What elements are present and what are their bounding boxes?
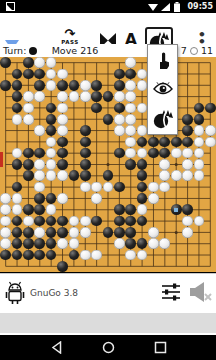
board-point[interactable] [80,148,91,159]
board-point[interactable] [136,215,147,226]
board-point[interactable] [182,125,193,136]
board-point[interactable] [136,159,147,170]
board-point[interactable] [23,68,34,79]
board-point[interactable] [148,170,159,181]
board-point[interactable] [171,261,182,272]
board-point[interactable] [11,170,22,181]
board-point[interactable] [148,181,159,192]
board-point[interactable] [159,170,170,181]
board-point[interactable] [171,193,182,204]
board-point[interactable] [34,102,45,113]
board-point[interactable] [102,125,113,136]
board-point[interactable] [182,102,193,113]
board-point[interactable] [11,181,22,192]
board-point[interactable] [205,170,216,181]
board-point[interactable] [68,204,79,215]
board-point[interactable] [182,181,193,192]
board-point[interactable] [57,148,68,159]
board-point[interactable] [114,227,125,238]
board-point[interactable] [45,91,56,102]
board-point[interactable] [159,238,170,249]
board-point[interactable] [68,249,79,260]
board-point[interactable] [125,170,136,181]
board-point[interactable] [23,148,34,159]
board-point[interactable] [23,136,34,147]
board-point[interactable] [34,57,45,68]
board-point[interactable] [102,181,113,192]
board-point[interactable] [182,80,193,91]
board-point[interactable] [68,193,79,204]
board-point[interactable] [193,261,204,272]
board-point[interactable] [102,57,113,68]
board-point[interactable] [114,249,125,260]
board-point[interactable] [34,249,45,260]
board-point[interactable] [205,114,216,125]
board-point[interactable] [34,215,45,226]
board-point[interactable] [23,170,34,181]
board-point[interactable] [102,204,113,215]
board-point[interactable] [0,114,11,125]
board-point[interactable] [193,238,204,249]
board-point[interactable] [182,227,193,238]
board-point[interactable] [136,249,147,260]
board-point[interactable] [80,249,91,260]
board-point[interactable] [68,125,79,136]
board-point[interactable] [23,181,34,192]
board-point[interactable] [80,91,91,102]
board-point[interactable] [125,181,136,192]
board-point[interactable] [102,114,113,125]
board-point[interactable] [205,159,216,170]
board-point[interactable] [91,215,102,226]
board-point[interactable] [125,68,136,79]
board-point[interactable] [193,215,204,226]
board-point[interactable] [114,114,125,125]
board-point[interactable] [102,80,113,91]
board-point[interactable] [148,159,159,170]
board-point[interactable] [0,261,11,272]
board-point[interactable] [171,238,182,249]
board-point[interactable] [57,261,68,272]
board-point[interactable] [0,227,11,238]
board-point[interactable] [193,159,204,170]
board-point[interactable] [45,249,56,260]
board-point[interactable] [114,91,125,102]
board-point[interactable] [91,193,102,204]
board-point[interactable] [45,159,56,170]
board-point[interactable] [159,249,170,260]
board-point[interactable] [57,114,68,125]
board-point[interactable] [11,102,22,113]
board-point[interactable] [205,125,216,136]
board-point[interactable] [80,114,91,125]
board-point[interactable] [91,114,102,125]
board-point[interactable] [68,114,79,125]
board-point[interactable] [193,125,204,136]
board-point[interactable] [34,181,45,192]
board-point[interactable] [11,125,22,136]
board-point[interactable] [125,204,136,215]
board-point[interactable] [171,249,182,260]
board-point[interactable] [57,91,68,102]
board-point[interactable] [45,215,56,226]
board-point[interactable] [205,57,216,68]
board-point[interactable] [0,136,11,147]
board-point[interactable] [0,181,11,192]
board-point[interactable] [0,204,11,215]
board-point[interactable] [0,215,11,226]
board-point[interactable] [68,80,79,91]
board-point[interactable] [114,181,125,192]
board-point[interactable] [68,148,79,159]
board-point[interactable] [91,238,102,249]
board-point[interactable] [11,215,22,226]
board-point[interactable] [182,204,193,215]
board-point[interactable] [193,204,204,215]
board-point[interactable] [91,181,102,192]
board-point[interactable] [23,249,34,260]
board-point[interactable] [11,238,22,249]
board-point[interactable] [114,68,125,79]
board-point[interactable] [45,181,56,192]
board-point[interactable] [102,159,113,170]
board-point[interactable] [148,148,159,159]
board-point[interactable] [114,57,125,68]
board-point[interactable] [102,170,113,181]
board-point[interactable] [91,136,102,147]
board-point[interactable] [23,193,34,204]
board-point[interactable] [0,80,11,91]
board-point[interactable] [114,125,125,136]
board-point[interactable] [45,170,56,181]
board-point[interactable] [148,215,159,226]
board-point[interactable] [148,204,159,215]
board-point[interactable] [80,261,91,272]
board-point[interactable] [159,261,170,272]
board-point[interactable] [102,102,113,113]
board-point[interactable] [80,68,91,79]
board-point[interactable] [125,57,136,68]
board-point[interactable] [125,80,136,91]
board-point[interactable] [148,227,159,238]
board-point[interactable] [148,261,159,272]
board-point[interactable] [57,181,68,192]
home-button[interactable] [102,341,115,354]
board-point[interactable] [125,102,136,113]
board-point[interactable] [193,68,204,79]
board-point[interactable] [45,204,56,215]
board-point[interactable] [68,261,79,272]
board-point[interactable] [80,193,91,204]
board-point[interactable] [114,193,125,204]
board-point[interactable] [0,91,11,102]
board-point[interactable] [114,238,125,249]
board-point[interactable] [80,136,91,147]
board-point[interactable] [0,102,11,113]
go-board[interactable] [0,57,216,272]
board-point[interactable] [136,181,147,192]
board-point[interactable] [68,102,79,113]
board-point[interactable] [57,193,68,204]
board-point[interactable] [57,170,68,181]
board-point[interactable] [125,215,136,226]
board-point[interactable] [182,215,193,226]
board-point[interactable] [57,68,68,79]
board-point[interactable] [80,181,91,192]
board-point[interactable] [0,170,11,181]
board-point[interactable] [45,148,56,159]
board-point[interactable] [57,57,68,68]
board-point[interactable] [45,238,56,249]
board-point[interactable] [171,204,182,215]
board-point[interactable] [80,170,91,181]
board-point[interactable] [23,57,34,68]
board-point[interactable] [0,68,11,79]
board-point[interactable] [193,193,204,204]
board-point[interactable] [34,91,45,102]
board-point[interactable] [34,114,45,125]
board-point[interactable] [159,204,170,215]
board-point[interactable] [23,227,34,238]
board-point[interactable] [11,227,22,238]
board-point[interactable] [136,136,147,147]
board-point[interactable] [11,159,22,170]
board-point[interactable] [159,148,170,159]
board-point[interactable] [182,170,193,181]
board-point[interactable] [80,57,91,68]
board-point[interactable] [205,204,216,215]
menu-item-eye-view[interactable] [150,76,176,102]
board-point[interactable] [45,261,56,272]
board-point[interactable] [159,215,170,226]
board-point[interactable] [11,148,22,159]
board-point[interactable] [91,204,102,215]
board-point[interactable] [171,136,182,147]
board-point[interactable] [11,249,22,260]
board-point[interactable] [182,261,193,272]
board-point[interactable] [114,148,125,159]
board-point[interactable] [0,193,11,204]
board-point[interactable] [68,57,79,68]
board-point[interactable] [0,57,11,68]
board-point[interactable] [205,261,216,272]
recents-button[interactable] [154,341,167,354]
board-point[interactable] [57,215,68,226]
board-point[interactable] [23,102,34,113]
board-point[interactable] [205,148,216,159]
board-point[interactable] [125,136,136,147]
board-point[interactable] [136,170,147,181]
board-point[interactable] [34,204,45,215]
board-point[interactable] [11,261,22,272]
menu-item-pointing-hand[interactable] [150,47,176,73]
board-point[interactable] [159,136,170,147]
board-point[interactable] [136,204,147,215]
board-point[interactable] [136,193,147,204]
board-point[interactable] [205,80,216,91]
board-point[interactable] [34,68,45,79]
board-point[interactable] [91,125,102,136]
board-point[interactable] [45,125,56,136]
board-point[interactable] [125,193,136,204]
board-point[interactable] [125,227,136,238]
board-point[interactable] [125,238,136,249]
board-point[interactable] [68,170,79,181]
board-point[interactable] [23,125,34,136]
board-point[interactable] [23,80,34,91]
board-point[interactable] [193,181,204,192]
board-point[interactable] [182,57,193,68]
board-point[interactable] [23,91,34,102]
board-point[interactable] [205,68,216,79]
board-point[interactable] [205,102,216,113]
board-point[interactable] [193,249,204,260]
board-point[interactable] [102,193,113,204]
board-point[interactable] [68,238,79,249]
board-point[interactable] [57,159,68,170]
board-point[interactable] [11,193,22,204]
board-point[interactable] [57,238,68,249]
board-point[interactable] [11,136,22,147]
board-point[interactable] [182,136,193,147]
board-point[interactable] [91,80,102,91]
board-point[interactable] [80,125,91,136]
board-point[interactable] [205,238,216,249]
board-point[interactable] [114,136,125,147]
board-point[interactable] [136,148,147,159]
board-point[interactable] [45,114,56,125]
board-point[interactable] [182,148,193,159]
board-point[interactable] [91,249,102,260]
board-point[interactable] [136,238,147,249]
board-point[interactable] [114,215,125,226]
board-point[interactable] [125,91,136,102]
board-point[interactable] [45,80,56,91]
board-point[interactable] [193,102,204,113]
back-button[interactable] [50,341,63,354]
board-point[interactable] [57,227,68,238]
board-point[interactable] [159,159,170,170]
board-point[interactable] [125,125,136,136]
board-point[interactable] [11,204,22,215]
board-point[interactable] [193,148,204,159]
board-point[interactable] [91,148,102,159]
board-point[interactable] [136,261,147,272]
board-point[interactable] [23,204,34,215]
board-point[interactable] [57,204,68,215]
board-point[interactable] [0,238,11,249]
board-point[interactable] [182,193,193,204]
board-point[interactable] [23,261,34,272]
board-point[interactable] [114,204,125,215]
board-point[interactable] [102,249,113,260]
board-point[interactable] [125,114,136,125]
board-point[interactable] [80,102,91,113]
board-point[interactable] [182,238,193,249]
board-point[interactable] [68,215,79,226]
board-point[interactable] [136,227,147,238]
board-point[interactable] [114,80,125,91]
board-point[interactable] [182,249,193,260]
board-point[interactable] [0,249,11,260]
board-point[interactable] [182,91,193,102]
board-point[interactable] [68,159,79,170]
board-point[interactable] [45,193,56,204]
board-point[interactable] [68,68,79,79]
board-point[interactable] [205,215,216,226]
board-point[interactable] [45,227,56,238]
board-point[interactable] [193,80,204,91]
board-point[interactable] [102,148,113,159]
board-point[interactable] [193,114,204,125]
board-point[interactable] [193,57,204,68]
board-point[interactable] [125,249,136,260]
board-point[interactable] [80,159,91,170]
board-point[interactable] [11,91,22,102]
board-point[interactable] [159,227,170,238]
board-point[interactable] [205,181,216,192]
board-point[interactable] [114,170,125,181]
board-point[interactable] [68,91,79,102]
board-point[interactable] [205,91,216,102]
board-point[interactable] [205,249,216,260]
board-point[interactable] [23,215,34,226]
board-point[interactable] [34,227,45,238]
board-point[interactable] [91,227,102,238]
board-point[interactable] [0,125,11,136]
board-point[interactable] [193,227,204,238]
board-point[interactable] [205,227,216,238]
board-point[interactable] [159,181,170,192]
board-point[interactable] [23,159,34,170]
board-point[interactable] [91,57,102,68]
board-point[interactable] [45,136,56,147]
board-point[interactable] [91,261,102,272]
board-point[interactable] [11,114,22,125]
board-point[interactable] [114,261,125,272]
board-point[interactable] [57,249,68,260]
board-point[interactable] [193,136,204,147]
board-point[interactable] [102,238,113,249]
board-point[interactable] [91,102,102,113]
board-point[interactable] [193,170,204,181]
board-point[interactable] [125,261,136,272]
board-point[interactable] [114,102,125,113]
board-point[interactable] [45,57,56,68]
board-point[interactable] [102,91,113,102]
board-point[interactable] [68,227,79,238]
board-point[interactable] [159,193,170,204]
board-point[interactable] [80,227,91,238]
board-point[interactable] [102,68,113,79]
board-point[interactable] [34,125,45,136]
board-point[interactable] [34,261,45,272]
board-point[interactable] [91,91,102,102]
board-point[interactable] [34,170,45,181]
board-point[interactable] [57,136,68,147]
tune-settings-icon[interactable] [161,282,181,302]
board-point[interactable] [68,136,79,147]
board-point[interactable] [91,68,102,79]
board-point[interactable] [102,227,113,238]
board-point[interactable] [11,68,22,79]
board-point[interactable] [171,148,182,159]
board-point[interactable] [34,238,45,249]
board-point[interactable] [34,193,45,204]
board-point[interactable] [45,102,56,113]
board-point[interactable] [57,102,68,113]
board-point[interactable] [125,148,136,159]
